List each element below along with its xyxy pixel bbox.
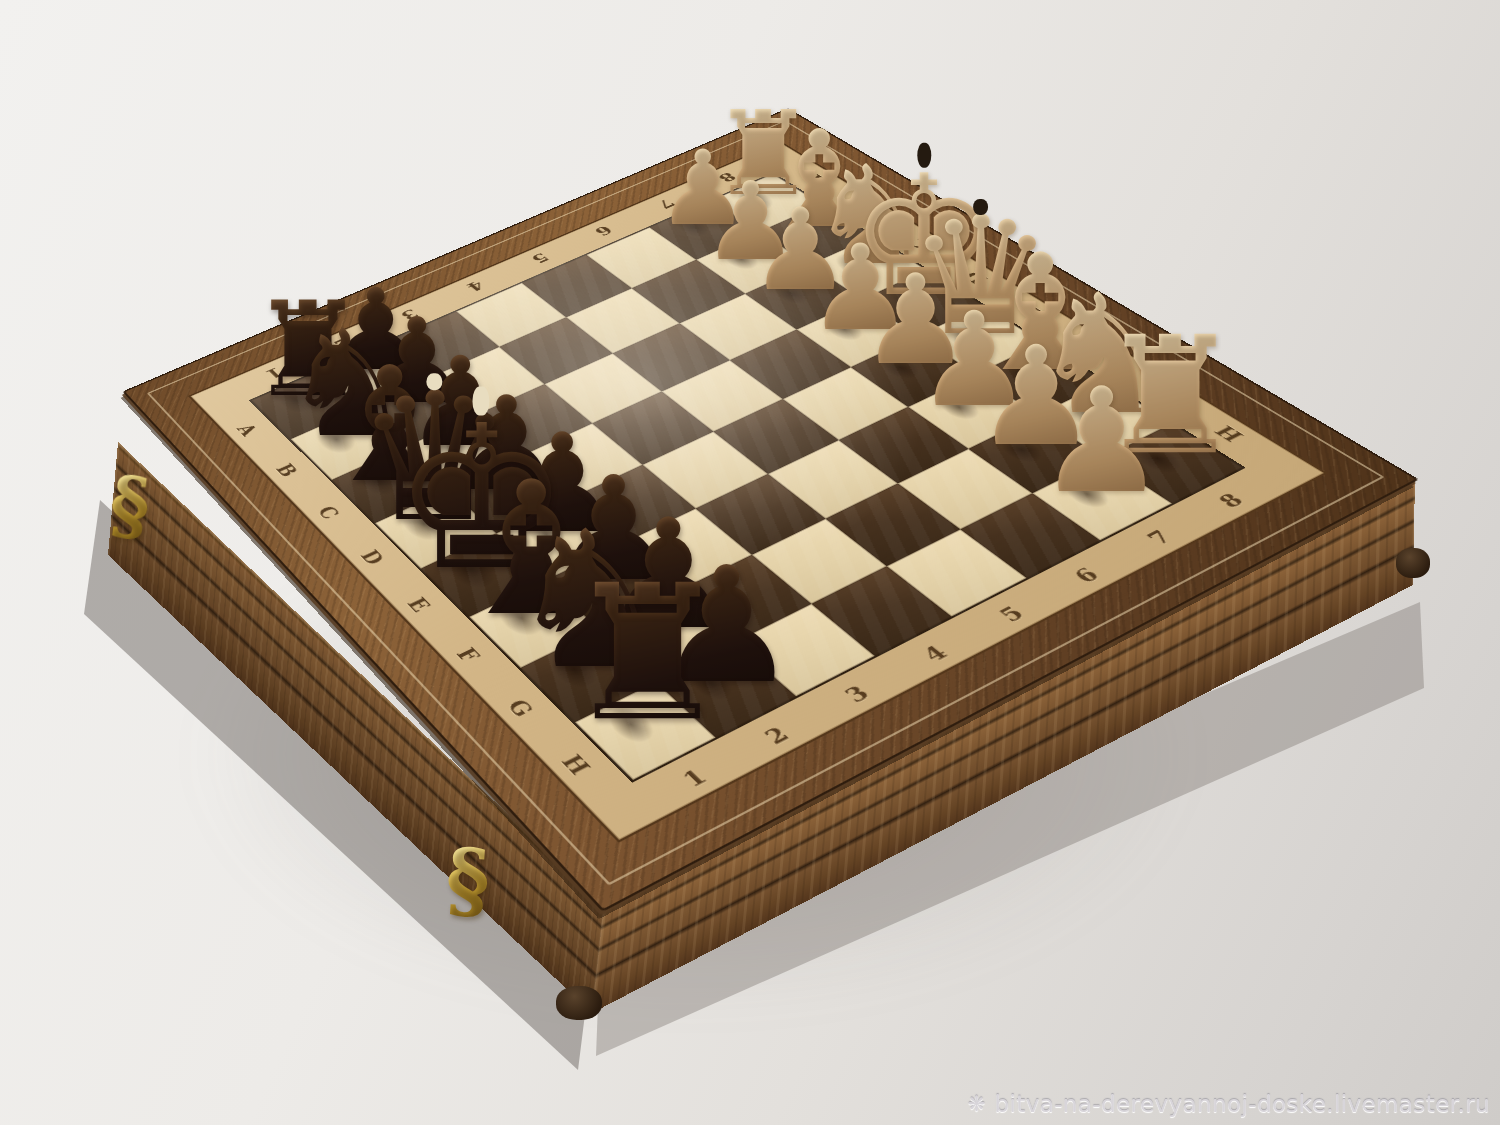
brass-latch-front: § xyxy=(443,837,493,924)
watermark: ❋ bitva-na-derevyannoj-doske.livemaster.… xyxy=(968,1091,1490,1117)
dark-finial xyxy=(973,199,988,215)
box-foot-front xyxy=(556,986,602,1020)
photo-scene: § § ABCDEFGH ABCDEFGH 87654321 87654321 … xyxy=(0,0,1500,1125)
chess-board: ABCDEFGH ABCDEFGH 87654321 87654321 xyxy=(122,108,1419,912)
dark-finial xyxy=(917,143,931,168)
watermark-text: bitva-na-derevyannoj-doske.livemaster.ru xyxy=(994,1091,1490,1117)
box-foot-right xyxy=(1396,548,1430,578)
flower-icon: ❋ xyxy=(968,1092,986,1116)
